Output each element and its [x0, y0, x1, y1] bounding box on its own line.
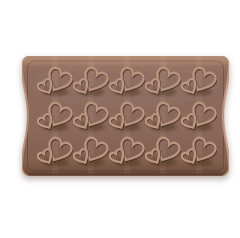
double-heart-icon — [73, 100, 109, 134]
mold-cavity — [109, 65, 145, 99]
double-heart-icon — [145, 65, 181, 99]
double-heart-icon — [145, 100, 181, 134]
double-heart-icon — [37, 65, 73, 99]
double-heart-icon — [145, 135, 181, 169]
cavity-grid — [22, 56, 229, 176]
mold-cavity — [37, 100, 73, 134]
double-heart-icon — [181, 135, 217, 169]
mold-cavity — [109, 135, 145, 169]
double-heart-icon — [109, 100, 145, 134]
double-heart-icon — [181, 100, 217, 134]
chocolate-mold — [22, 56, 229, 176]
mold-cavity — [181, 100, 217, 134]
double-heart-icon — [73, 65, 109, 99]
double-heart-icon — [37, 135, 73, 169]
double-heart-icon — [109, 65, 145, 99]
mold-cavity — [145, 135, 181, 169]
mold-cavity — [73, 65, 109, 99]
double-heart-icon — [73, 135, 109, 169]
product-photo — [0, 0, 240, 238]
mold-cavity — [109, 100, 145, 134]
mold-cavity — [73, 135, 109, 169]
double-heart-icon — [181, 65, 217, 99]
mold-cavity — [181, 65, 217, 99]
mold-cavity — [73, 100, 109, 134]
mold-cavity — [181, 135, 217, 169]
mold-cavity — [145, 100, 181, 134]
mold-cavity — [145, 65, 181, 99]
double-heart-icon — [37, 100, 73, 134]
mold-cavity — [37, 135, 73, 169]
double-heart-icon — [109, 135, 145, 169]
mold-cavity — [37, 65, 73, 99]
